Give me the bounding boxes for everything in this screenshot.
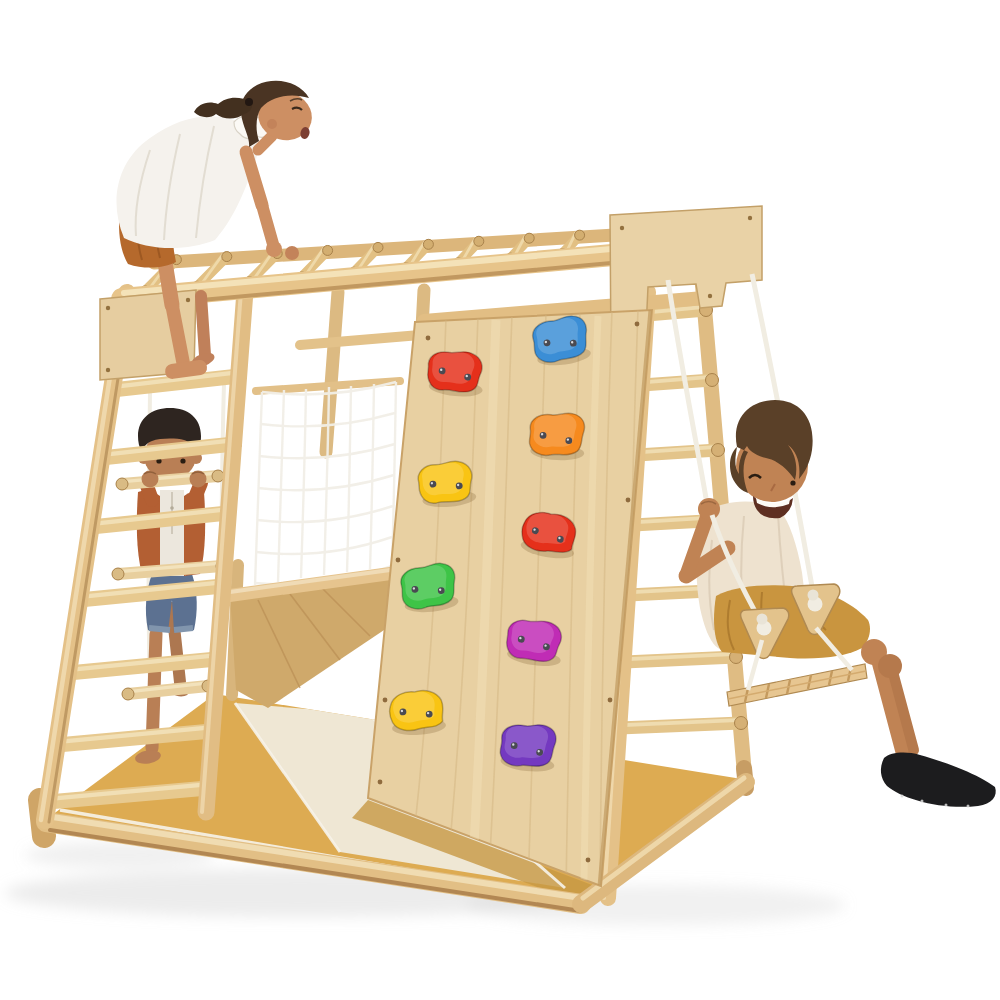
climbing-hold-orange	[529, 411, 587, 461]
climbing-hold-purple	[498, 721, 558, 774]
boy-left-hand	[142, 471, 159, 488]
grip-sock	[881, 753, 996, 807]
swing-boy-figure	[686, 400, 996, 808]
girl-top-blouse	[116, 116, 257, 248]
boy-left-hand	[190, 471, 207, 488]
climbing-hold-red	[426, 349, 486, 399]
mustard-shorts	[714, 585, 870, 658]
climbing-gym-scene	[0, 0, 1000, 1000]
cargo-net	[255, 381, 400, 585]
climbing-hold-yellow	[417, 460, 477, 510]
product-photo	[0, 0, 1000, 1000]
slide	[226, 565, 396, 708]
climbing-hold-yellow2	[388, 689, 446, 737]
girl-hand	[266, 241, 282, 257]
